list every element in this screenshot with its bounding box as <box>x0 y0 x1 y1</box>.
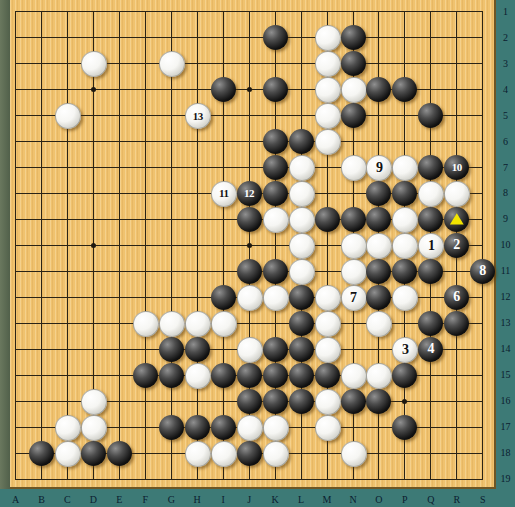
stone-black-P17[interactable] <box>392 415 417 440</box>
row-label-14: 14 <box>497 344 514 354</box>
stone-white-O10[interactable] <box>366 233 392 259</box>
stone-white-K12[interactable] <box>263 285 289 311</box>
stone-black-I4[interactable] <box>211 77 236 102</box>
star-point <box>247 87 252 92</box>
stone-black-J8[interactable]: 12 <box>237 181 262 206</box>
stone-black-R10[interactable]: 2 <box>444 233 469 258</box>
stone-black-Q9[interactable] <box>418 207 443 232</box>
move-number-label: 11 <box>219 188 228 199</box>
stone-white-G3[interactable] <box>159 51 185 77</box>
column-label-A: A <box>9 495 23 505</box>
stone-black-L16[interactable] <box>289 389 314 414</box>
stone-black-I15[interactable] <box>211 363 236 388</box>
stone-white-M3[interactable] <box>315 51 341 77</box>
stone-white-D17[interactable] <box>81 415 107 441</box>
stone-white-K18[interactable] <box>263 441 289 467</box>
stone-black-I17[interactable] <box>211 415 236 440</box>
move-number-label: 1 <box>428 239 435 253</box>
stone-black-P4[interactable] <box>392 77 417 102</box>
stone-black-R12[interactable]: 6 <box>444 285 469 310</box>
row-label-7: 7 <box>497 163 514 173</box>
stone-white-J12[interactable] <box>237 285 263 311</box>
board-layer: 1391011121287634ABCDEFGHIJKLMNOPQRS12345… <box>0 0 515 507</box>
stone-black-O16[interactable] <box>366 389 391 414</box>
stone-white-N10[interactable] <box>341 233 367 259</box>
stone-white-J17[interactable] <box>237 415 263 441</box>
stone-black-S11[interactable]: 8 <box>470 259 495 284</box>
move-number-label: 8 <box>479 264 486 278</box>
stone-black-K8[interactable] <box>263 181 288 206</box>
stone-black-E18[interactable] <box>107 441 132 466</box>
stone-black-J15[interactable] <box>237 363 262 388</box>
stone-white-D3[interactable] <box>81 51 107 77</box>
stone-white-P7[interactable] <box>392 155 418 181</box>
stone-black-J11[interactable] <box>237 259 262 284</box>
stone-white-P9[interactable] <box>392 207 418 233</box>
stone-black-O9[interactable] <box>366 207 391 232</box>
stone-black-L6[interactable] <box>289 129 314 154</box>
stone-white-N7[interactable] <box>341 155 367 181</box>
stone-black-G15[interactable] <box>159 363 184 388</box>
row-label-6: 6 <box>497 137 514 147</box>
row-label-3: 3 <box>497 59 514 69</box>
stone-black-O8[interactable] <box>366 181 391 206</box>
stone-white-K17[interactable] <box>263 415 289 441</box>
stone-white-D16[interactable] <box>81 389 107 415</box>
stone-black-N5[interactable] <box>341 103 366 128</box>
stone-white-L8[interactable] <box>289 181 315 207</box>
grid-line-horizontal <box>15 479 483 480</box>
star-point <box>91 87 96 92</box>
move-number-label: 9 <box>376 161 383 175</box>
stone-white-G13[interactable] <box>159 311 185 337</box>
stone-white-J14[interactable] <box>237 337 263 363</box>
stone-white-N12[interactable]: 7 <box>341 285 367 311</box>
stone-white-O15[interactable] <box>366 363 392 389</box>
stone-black-G14[interactable] <box>159 337 184 362</box>
stone-white-L11[interactable] <box>289 259 315 285</box>
stone-black-N9[interactable] <box>341 207 366 232</box>
row-label-11: 11 <box>497 266 514 276</box>
column-label-D: D <box>86 495 100 505</box>
row-label-18: 18 <box>497 448 514 458</box>
stone-white-M6[interactable] <box>315 129 341 155</box>
stone-black-N2[interactable] <box>341 25 366 50</box>
stone-black-J16[interactable] <box>237 389 262 414</box>
stone-white-N4[interactable] <box>341 77 367 103</box>
stone-white-F13[interactable] <box>133 311 159 337</box>
stone-white-I18[interactable] <box>211 441 237 467</box>
row-label-2: 2 <box>497 33 514 43</box>
stone-white-C17[interactable] <box>55 415 81 441</box>
stone-white-M5[interactable] <box>315 103 341 129</box>
stone-black-H17[interactable] <box>185 415 210 440</box>
row-label-12: 12 <box>497 292 514 302</box>
stone-black-G17[interactable] <box>159 415 184 440</box>
column-label-P: P <box>398 495 412 505</box>
column-label-F: F <box>138 495 152 505</box>
stone-white-C5[interactable] <box>55 103 81 129</box>
column-label-M: M <box>320 495 334 505</box>
column-label-H: H <box>190 495 204 505</box>
column-label-J: J <box>242 495 256 505</box>
stone-white-H15[interactable] <box>185 363 211 389</box>
row-label-5: 5 <box>497 111 514 121</box>
stone-white-C18[interactable] <box>55 441 81 467</box>
stone-black-L13[interactable] <box>289 311 314 336</box>
stone-white-N11[interactable] <box>341 259 367 285</box>
stone-white-H5[interactable]: 13 <box>185 103 211 129</box>
stone-black-H14[interactable] <box>185 337 210 362</box>
stone-black-O11[interactable] <box>366 259 391 284</box>
move-number-label: 12 <box>244 188 254 199</box>
column-label-K: K <box>268 495 282 505</box>
stone-black-K14[interactable] <box>263 337 288 362</box>
stone-white-L7[interactable] <box>289 155 315 181</box>
column-label-E: E <box>112 495 126 505</box>
stone-white-M2[interactable] <box>315 25 341 51</box>
stone-white-P10[interactable] <box>392 233 418 259</box>
column-label-S: S <box>476 495 490 505</box>
stone-black-Q14[interactable]: 4 <box>418 337 443 362</box>
stone-white-M16[interactable] <box>315 389 341 415</box>
column-label-L: L <box>294 495 308 505</box>
move-number-label: 10 <box>452 162 462 173</box>
row-label-8: 8 <box>497 188 514 198</box>
stone-black-O12[interactable] <box>366 285 391 310</box>
stone-black-O4[interactable] <box>366 77 391 102</box>
stone-black-K4[interactable] <box>263 77 288 102</box>
grid-line-horizontal <box>15 323 483 324</box>
move-number-label: 13 <box>193 111 203 122</box>
row-label-17: 17 <box>497 422 514 432</box>
stone-white-Q10[interactable]: 1 <box>418 233 444 259</box>
grid-line-vertical <box>482 11 483 479</box>
move-number-label: 3 <box>402 343 409 357</box>
stone-white-H18[interactable] <box>185 441 211 467</box>
stone-black-I12[interactable] <box>211 285 236 310</box>
stone-black-K11[interactable] <box>263 259 288 284</box>
stone-white-Q8[interactable] <box>418 181 444 207</box>
stone-black-R13[interactable] <box>444 311 469 336</box>
stone-black-P15[interactable] <box>392 363 417 388</box>
stone-black-K6[interactable] <box>263 129 288 154</box>
stone-black-Q5[interactable] <box>418 103 443 128</box>
stone-white-P12[interactable] <box>392 285 418 311</box>
stone-white-R8[interactable] <box>444 181 470 207</box>
stone-black-B18[interactable] <box>29 441 54 466</box>
row-label-16: 16 <box>497 396 514 406</box>
stone-black-Q13[interactable] <box>418 311 443 336</box>
stone-white-M13[interactable] <box>315 311 341 337</box>
column-label-G: G <box>164 495 178 505</box>
row-label-9: 9 <box>497 214 514 224</box>
stone-white-M14[interactable] <box>315 337 341 363</box>
stone-black-L14[interactable] <box>289 337 314 362</box>
stone-black-L12[interactable] <box>289 285 314 310</box>
stone-white-N15[interactable] <box>341 363 367 389</box>
stone-white-I13[interactable] <box>211 311 237 337</box>
go-diagram: 1391011121287634ABCDEFGHIJKLMNOPQRS12345… <box>0 0 515 507</box>
stone-white-I8[interactable]: 11 <box>211 181 237 207</box>
stone-white-M12[interactable] <box>315 285 341 311</box>
stone-white-L9[interactable] <box>289 207 315 233</box>
column-label-O: O <box>372 495 386 505</box>
row-label-4: 4 <box>497 85 514 95</box>
stone-white-M17[interactable] <box>315 415 341 441</box>
column-label-Q: Q <box>424 495 438 505</box>
stone-black-Q7[interactable] <box>418 155 443 180</box>
stone-black-D18[interactable] <box>81 441 106 466</box>
row-label-1: 1 <box>497 7 514 17</box>
stone-black-K2[interactable] <box>263 25 288 50</box>
stone-black-F15[interactable] <box>133 363 158 388</box>
stone-black-L15[interactable] <box>289 363 314 388</box>
stone-white-O7[interactable]: 9 <box>366 155 392 181</box>
stone-black-P11[interactable] <box>392 259 417 284</box>
stone-black-N16[interactable] <box>341 389 366 414</box>
star-point <box>247 243 252 248</box>
stone-white-K9[interactable] <box>263 207 289 233</box>
stone-white-M4[interactable] <box>315 77 341 103</box>
move-number-label: 7 <box>350 291 357 305</box>
stone-white-L10[interactable] <box>289 233 315 259</box>
column-label-B: B <box>35 495 49 505</box>
move-number-label: 4 <box>427 342 434 356</box>
move-number-label: 2 <box>453 238 460 252</box>
stone-white-P14[interactable]: 3 <box>392 337 418 363</box>
column-label-C: C <box>60 495 74 505</box>
column-label-I: I <box>216 495 230 505</box>
move-number-label: 6 <box>453 290 460 304</box>
stone-white-O13[interactable] <box>366 311 392 337</box>
star-point <box>402 399 407 404</box>
stone-black-R7[interactable]: 10 <box>444 155 469 180</box>
stone-black-J9[interactable] <box>237 207 262 232</box>
stone-black-P8[interactable] <box>392 181 417 206</box>
stone-black-M9[interactable] <box>315 207 340 232</box>
column-label-R: R <box>450 495 464 505</box>
stone-white-N18[interactable] <box>341 441 367 467</box>
column-label-N: N <box>346 495 360 505</box>
row-label-10: 10 <box>497 240 514 250</box>
stone-black-N3[interactable] <box>341 51 366 76</box>
stone-white-H13[interactable] <box>185 311 211 337</box>
star-point <box>91 243 96 248</box>
stone-black-J18[interactable] <box>237 441 262 466</box>
row-label-15: 15 <box>497 370 514 380</box>
stone-black-K16[interactable] <box>263 389 288 414</box>
row-label-19: 19 <box>497 474 514 484</box>
stone-black-M15[interactable] <box>315 363 340 388</box>
row-label-13: 13 <box>497 318 514 328</box>
stone-black-Q11[interactable] <box>418 259 443 284</box>
stone-black-K7[interactable] <box>263 155 288 180</box>
stone-black-K15[interactable] <box>263 363 288 388</box>
